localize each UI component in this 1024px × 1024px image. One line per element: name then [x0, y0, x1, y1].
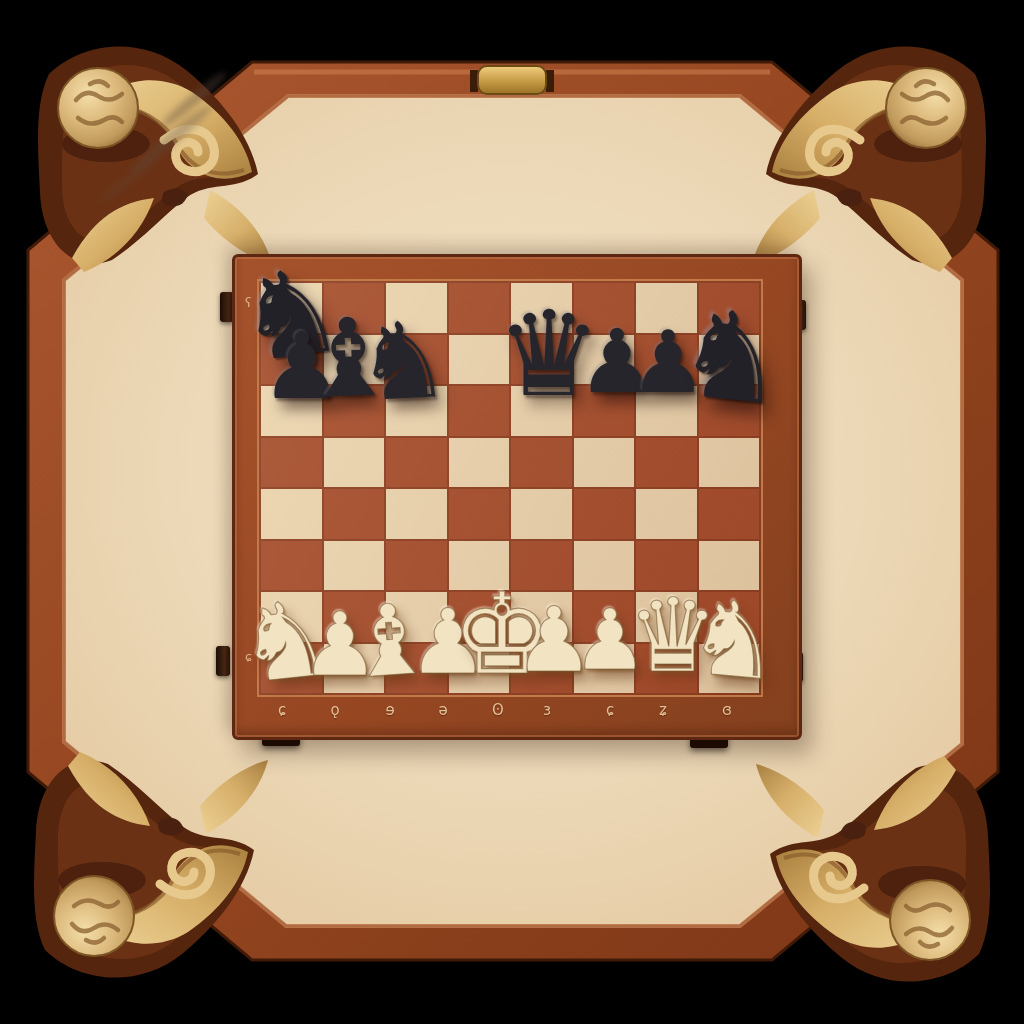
square-d5[interactable] [449, 438, 510, 488]
square-a5[interactable] [261, 438, 322, 488]
white-knight-h1[interactable]: ♞ [683, 584, 785, 696]
square-f3[interactable] [574, 541, 635, 591]
file-label-8: ʑ [659, 701, 667, 719]
board-hinge-left-bottom [216, 646, 230, 676]
file-label-2: ǫ [330, 701, 339, 719]
frame-clasp [470, 66, 554, 94]
square-c5[interactable] [386, 438, 447, 488]
square-h4[interactable] [699, 489, 760, 539]
square-a4[interactable] [261, 489, 322, 539]
scene: ɕǫɘəʘɜɕʑɞ ʕ ɕ ʘ ♞♟♝♞♛♟♟♞♞♟♝♟♚♟♟♛♞ [0, 0, 1024, 1024]
square-e4[interactable] [511, 489, 572, 539]
black-knight-ornate-h8[interactable]: ♞ [671, 291, 793, 424]
square-b4[interactable] [324, 489, 385, 539]
file-label-4: ə [438, 701, 447, 719]
square-g4[interactable] [636, 489, 697, 539]
square-f5[interactable] [574, 438, 635, 488]
square-h5[interactable] [699, 438, 760, 488]
file-label-3: ɘ [385, 701, 394, 719]
file-label-6: ɜ [543, 701, 551, 719]
square-d4[interactable] [449, 489, 510, 539]
file-label-5: ʘ [492, 701, 504, 719]
file-label-7: ɕ [606, 701, 614, 719]
square-g5[interactable] [636, 438, 697, 488]
square-f4[interactable] [574, 489, 635, 539]
square-b3[interactable] [324, 541, 385, 591]
square-b5[interactable] [324, 438, 385, 488]
square-e5[interactable] [511, 438, 572, 488]
black-knight-c8[interactable]: ♞ [353, 307, 453, 418]
square-c4[interactable] [386, 489, 447, 539]
file-label-9: ɞ [722, 701, 732, 719]
